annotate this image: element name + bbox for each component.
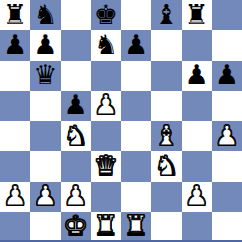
piece-white-knight[interactable]: ♞ bbox=[154, 152, 178, 179]
square-g5[interactable] bbox=[182, 91, 212, 121]
piece-white-knight[interactable]: ♞ bbox=[64, 122, 88, 149]
square-d1[interactable]: ♜ bbox=[91, 212, 121, 242]
square-h1[interactable] bbox=[212, 212, 242, 242]
piece-white-rook[interactable]: ♜ bbox=[94, 212, 118, 239]
piece-white-pawn[interactable]: ♟ bbox=[94, 91, 118, 118]
square-c2[interactable]: ♟ bbox=[61, 182, 91, 212]
square-f4[interactable]: ♝ bbox=[151, 121, 181, 151]
piece-white-rook[interactable]: ♜ bbox=[124, 212, 148, 239]
square-h3[interactable] bbox=[212, 151, 242, 181]
square-a6[interactable] bbox=[0, 61, 30, 91]
square-d5[interactable]: ♟ bbox=[91, 91, 121, 121]
square-h6[interactable]: ♟ bbox=[212, 61, 242, 91]
square-a8[interactable]: ♜ bbox=[0, 0, 30, 30]
square-c6[interactable] bbox=[61, 61, 91, 91]
piece-white-queen[interactable]: ♛ bbox=[94, 152, 118, 179]
square-g4[interactable] bbox=[182, 121, 212, 151]
square-c7[interactable] bbox=[61, 30, 91, 60]
chess-board-stage: ♜♞♚♝♜♟♟♞♟♛♟♟♟♟♞♝♟♛♞♟♟♟♟♚♜♜ bbox=[0, 0, 242, 242]
square-g8[interactable]: ♜ bbox=[182, 0, 212, 30]
square-c1[interactable]: ♚ bbox=[61, 212, 91, 242]
piece-black-knight[interactable]: ♞ bbox=[33, 1, 57, 28]
piece-black-pawn[interactable]: ♟ bbox=[185, 61, 209, 88]
square-b4[interactable] bbox=[30, 121, 60, 151]
piece-white-pawn[interactable]: ♟ bbox=[33, 182, 57, 209]
square-e4[interactable] bbox=[121, 121, 151, 151]
square-f7[interactable] bbox=[151, 30, 181, 60]
piece-white-pawn[interactable]: ♟ bbox=[64, 182, 88, 209]
square-g2[interactable]: ♟ bbox=[182, 182, 212, 212]
piece-black-pawn[interactable]: ♟ bbox=[215, 61, 239, 88]
square-e3[interactable] bbox=[121, 151, 151, 181]
square-e2[interactable] bbox=[121, 182, 151, 212]
piece-white-bishop[interactable]: ♝ bbox=[154, 122, 178, 149]
square-e6[interactable] bbox=[121, 61, 151, 91]
square-b3[interactable] bbox=[30, 151, 60, 181]
square-a1[interactable] bbox=[0, 212, 30, 242]
square-b7[interactable]: ♟ bbox=[30, 30, 60, 60]
square-b6[interactable]: ♛ bbox=[30, 61, 60, 91]
square-h5[interactable] bbox=[212, 91, 242, 121]
piece-black-pawn[interactable]: ♟ bbox=[124, 31, 148, 58]
square-c8[interactable] bbox=[61, 0, 91, 30]
square-g6[interactable]: ♟ bbox=[182, 61, 212, 91]
piece-black-queen[interactable]: ♛ bbox=[33, 61, 57, 88]
piece-black-knight[interactable]: ♞ bbox=[94, 31, 118, 58]
square-f8[interactable]: ♝ bbox=[151, 0, 181, 30]
square-d2[interactable] bbox=[91, 182, 121, 212]
square-f2[interactable] bbox=[151, 182, 181, 212]
square-a5[interactable] bbox=[0, 91, 30, 121]
square-h4[interactable]: ♟ bbox=[212, 121, 242, 151]
piece-white-pawn[interactable]: ♟ bbox=[3, 182, 27, 209]
square-e7[interactable]: ♟ bbox=[121, 30, 151, 60]
square-a4[interactable] bbox=[0, 121, 30, 151]
piece-black-pawn[interactable]: ♟ bbox=[64, 91, 88, 118]
chess-board: ♜♞♚♝♜♟♟♞♟♛♟♟♟♟♞♝♟♛♞♟♟♟♟♚♜♜ bbox=[0, 0, 242, 242]
square-f3[interactable]: ♞ bbox=[151, 151, 181, 181]
piece-black-rook[interactable]: ♜ bbox=[3, 1, 27, 28]
square-c4[interactable]: ♞ bbox=[61, 121, 91, 151]
square-b2[interactable]: ♟ bbox=[30, 182, 60, 212]
square-g3[interactable] bbox=[182, 151, 212, 181]
square-b1[interactable] bbox=[30, 212, 60, 242]
square-f5[interactable] bbox=[151, 91, 181, 121]
square-f6[interactable] bbox=[151, 61, 181, 91]
square-b8[interactable]: ♞ bbox=[30, 0, 60, 30]
piece-black-rook[interactable]: ♜ bbox=[185, 1, 209, 28]
square-e1[interactable]: ♜ bbox=[121, 212, 151, 242]
square-a3[interactable] bbox=[0, 151, 30, 181]
square-e5[interactable] bbox=[121, 91, 151, 121]
piece-black-pawn[interactable]: ♟ bbox=[33, 31, 57, 58]
square-d6[interactable] bbox=[91, 61, 121, 91]
square-g7[interactable] bbox=[182, 30, 212, 60]
piece-white-king[interactable]: ♚ bbox=[64, 212, 88, 239]
piece-white-pawn[interactable]: ♟ bbox=[215, 122, 239, 149]
square-d7[interactable]: ♞ bbox=[91, 30, 121, 60]
square-h2[interactable] bbox=[212, 182, 242, 212]
square-d4[interactable] bbox=[91, 121, 121, 151]
square-a7[interactable]: ♟ bbox=[0, 30, 30, 60]
square-a2[interactable]: ♟ bbox=[0, 182, 30, 212]
square-h8[interactable] bbox=[212, 0, 242, 30]
square-c3[interactable] bbox=[61, 151, 91, 181]
piece-black-bishop[interactable]: ♝ bbox=[154, 1, 178, 28]
square-h7[interactable] bbox=[212, 30, 242, 60]
piece-black-pawn[interactable]: ♟ bbox=[3, 31, 27, 58]
square-e8[interactable] bbox=[121, 0, 151, 30]
piece-black-king[interactable]: ♚ bbox=[94, 1, 118, 28]
square-d8[interactable]: ♚ bbox=[91, 0, 121, 30]
square-d3[interactable]: ♛ bbox=[91, 151, 121, 181]
square-f1[interactable] bbox=[151, 212, 181, 242]
square-b5[interactable] bbox=[30, 91, 60, 121]
piece-white-pawn[interactable]: ♟ bbox=[185, 182, 209, 209]
square-g1[interactable] bbox=[182, 212, 212, 242]
square-c5[interactable]: ♟ bbox=[61, 91, 91, 121]
